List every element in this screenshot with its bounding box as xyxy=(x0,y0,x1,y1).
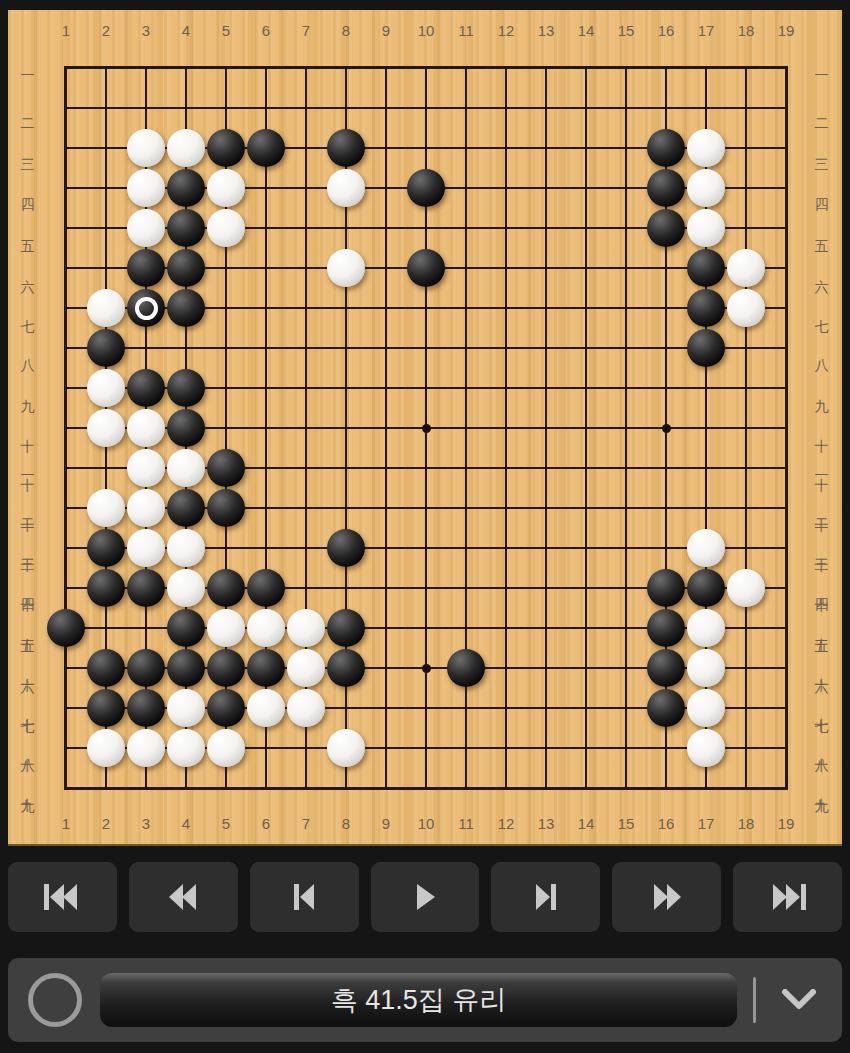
white-stone xyxy=(287,689,325,727)
white-stone xyxy=(687,129,725,167)
white-stone xyxy=(247,609,285,647)
circle-outline-icon xyxy=(28,973,82,1027)
white-stone xyxy=(87,729,125,767)
white-stone xyxy=(167,449,205,487)
row-label: 七 xyxy=(813,288,831,328)
white-stone xyxy=(687,209,725,247)
column-label: 4 xyxy=(172,20,200,40)
row-label: 三 xyxy=(813,128,831,168)
last-move-marker xyxy=(135,297,158,320)
white-stone xyxy=(127,449,165,487)
row-label: 二 xyxy=(813,88,831,128)
column-label: 15 xyxy=(612,20,640,40)
black-stone xyxy=(247,569,285,607)
white-stone xyxy=(167,729,205,767)
column-label: 2 xyxy=(92,20,120,40)
black-stone xyxy=(127,249,165,287)
row-label: 九 xyxy=(813,368,831,408)
column-label: 17 xyxy=(692,813,720,833)
white-stone xyxy=(687,169,725,207)
black-stone xyxy=(167,609,205,647)
black-stone xyxy=(87,649,125,687)
white-stone xyxy=(87,369,125,407)
black-stone xyxy=(207,569,245,607)
black-stone xyxy=(647,609,685,647)
playback-controls xyxy=(8,862,842,932)
row-label: 四 xyxy=(19,168,37,208)
step-forward-icon xyxy=(531,882,561,912)
black-stone xyxy=(647,169,685,207)
row-label: 十七 xyxy=(19,688,37,728)
black-stone xyxy=(327,649,365,687)
column-label: 4 xyxy=(172,813,200,833)
black-stone xyxy=(167,169,205,207)
row-label: 十七 xyxy=(813,688,831,728)
row-label: 三 xyxy=(19,128,37,168)
row-label: 十六 xyxy=(813,648,831,688)
column-label: 1 xyxy=(52,813,80,833)
row-label: 四 xyxy=(813,168,831,208)
play-button[interactable] xyxy=(371,862,480,932)
column-label: 12 xyxy=(492,20,520,40)
grid-line-v xyxy=(785,67,787,789)
black-stone xyxy=(647,209,685,247)
white-stone xyxy=(207,209,245,247)
row-label: 十四 xyxy=(19,568,37,608)
white-stone xyxy=(207,729,245,767)
white-stone xyxy=(727,289,765,327)
white-stone xyxy=(127,409,165,447)
fast-rewind-button[interactable] xyxy=(129,862,238,932)
go-review-app: { "game": "go", "board": { "size": 19, "… xyxy=(0,0,850,1053)
black-stone xyxy=(127,569,165,607)
grid-line-v xyxy=(745,67,747,789)
column-label: 6 xyxy=(252,813,280,833)
white-stone xyxy=(207,169,245,207)
white-stone xyxy=(327,249,365,287)
column-label: 10 xyxy=(412,813,440,833)
row-label: 十三 xyxy=(19,528,37,568)
step-back-icon xyxy=(289,882,319,912)
black-stone xyxy=(207,129,245,167)
white-stone xyxy=(327,169,365,207)
black-stone xyxy=(647,129,685,167)
black-stone xyxy=(167,369,205,407)
column-label: 13 xyxy=(532,20,560,40)
grid-line-v xyxy=(505,67,507,789)
black-stone xyxy=(87,569,125,607)
white-stone xyxy=(687,689,725,727)
row-label: 十四 xyxy=(813,568,831,608)
play-icon xyxy=(412,882,438,912)
black-stone xyxy=(687,289,725,327)
white-stone xyxy=(127,529,165,567)
star-point xyxy=(662,424,671,433)
white-stone xyxy=(127,169,165,207)
score-dropdown[interactable]: 흑 41.5집 유리 xyxy=(100,973,737,1027)
row-label: 十 xyxy=(813,408,831,448)
go-board-panel: 1122334455667788991010111112121313141415… xyxy=(8,10,842,846)
white-stone xyxy=(167,569,205,607)
black-stone xyxy=(127,649,165,687)
row-label: 十九 xyxy=(19,768,37,808)
column-label: 17 xyxy=(692,20,720,40)
row-label: 五 xyxy=(19,208,37,248)
white-stone xyxy=(127,729,165,767)
row-label: 九 xyxy=(19,368,37,408)
white-stone xyxy=(127,209,165,247)
column-label: 11 xyxy=(452,813,480,833)
black-stone xyxy=(127,369,165,407)
column-label: 9 xyxy=(372,813,400,833)
row-label: 八 xyxy=(19,328,37,368)
white-stone xyxy=(327,729,365,767)
column-label: 18 xyxy=(732,813,760,833)
star-point xyxy=(422,664,431,673)
black-stone xyxy=(87,529,125,567)
black-stone xyxy=(167,489,205,527)
grid-line-h xyxy=(65,787,787,789)
row-label: 十 xyxy=(19,408,37,448)
white-stone xyxy=(87,489,125,527)
row-label: 十二 xyxy=(19,488,37,528)
skip-to-end-icon xyxy=(768,882,808,912)
black-stone xyxy=(687,249,725,287)
fast-rewind-icon xyxy=(165,882,201,912)
step-forward-button[interactable] xyxy=(491,862,600,932)
white-stone xyxy=(207,609,245,647)
black-stone xyxy=(207,689,245,727)
column-label: 5 xyxy=(212,20,240,40)
column-label: 8 xyxy=(332,20,360,40)
black-stone xyxy=(687,569,725,607)
grid-line-v xyxy=(585,67,587,789)
status-bar: 흑 41.5집 유리 xyxy=(8,958,842,1042)
skip-to-start-button[interactable] xyxy=(8,862,117,932)
row-label: 一 xyxy=(813,48,831,88)
column-label: 16 xyxy=(652,813,680,833)
white-stone xyxy=(247,689,285,727)
white-stone xyxy=(727,569,765,607)
step-back-button[interactable] xyxy=(250,862,359,932)
black-stone xyxy=(247,649,285,687)
black-stone xyxy=(207,649,245,687)
row-label: 一 xyxy=(19,48,37,88)
black-stone xyxy=(167,649,205,687)
white-stone xyxy=(687,609,725,647)
white-stone xyxy=(687,529,725,567)
fast-forward-icon xyxy=(649,882,685,912)
row-label: 十五 xyxy=(813,608,831,648)
white-stone xyxy=(687,729,725,767)
white-stone xyxy=(127,489,165,527)
row-label: 十一 xyxy=(813,448,831,488)
black-stone xyxy=(167,209,205,247)
white-stone xyxy=(287,649,325,687)
go-board-grid[interactable]: 1122334455667788991010111112121313141415… xyxy=(8,10,842,846)
fast-forward-button[interactable] xyxy=(612,862,721,932)
score-dropdown-toggle[interactable] xyxy=(756,989,842,1011)
column-label: 8 xyxy=(332,813,360,833)
column-label: 19 xyxy=(772,813,800,833)
black-stone xyxy=(647,689,685,727)
black-stone xyxy=(247,129,285,167)
white-stone xyxy=(727,249,765,287)
white-stone xyxy=(287,609,325,647)
column-label: 15 xyxy=(612,813,640,833)
column-label: 11 xyxy=(452,20,480,40)
column-label: 10 xyxy=(412,20,440,40)
skip-to-start-icon xyxy=(42,882,82,912)
black-stone xyxy=(207,449,245,487)
row-label: 十六 xyxy=(19,648,37,688)
column-label: 9 xyxy=(372,20,400,40)
row-label: 十八 xyxy=(19,728,37,768)
black-stone xyxy=(87,329,125,367)
black-stone xyxy=(407,249,445,287)
column-label: 18 xyxy=(732,20,760,40)
black-stone xyxy=(327,129,365,167)
column-label: 14 xyxy=(572,20,600,40)
column-label: 1 xyxy=(52,20,80,40)
row-label: 六 xyxy=(19,248,37,288)
column-label: 13 xyxy=(532,813,560,833)
white-stone xyxy=(167,689,205,727)
row-label: 十八 xyxy=(813,728,831,768)
black-stone xyxy=(127,289,165,327)
skip-to-end-button[interactable] xyxy=(733,862,842,932)
white-stone xyxy=(167,529,205,567)
black-stone xyxy=(447,649,485,687)
column-label: 19 xyxy=(772,20,800,40)
row-label: 十三 xyxy=(813,528,831,568)
column-label: 12 xyxy=(492,813,520,833)
black-stone xyxy=(167,249,205,287)
black-stone xyxy=(327,609,365,647)
row-label: 八 xyxy=(813,328,831,368)
column-label: 7 xyxy=(292,813,320,833)
column-label: 6 xyxy=(252,20,280,40)
row-label: 五 xyxy=(813,208,831,248)
black-stone xyxy=(647,569,685,607)
black-stone xyxy=(647,649,685,687)
star-point xyxy=(422,424,431,433)
grid-line-v xyxy=(625,67,627,789)
column-label: 3 xyxy=(132,813,160,833)
row-label: 二 xyxy=(19,88,37,128)
black-stone xyxy=(687,329,725,367)
white-stone xyxy=(127,129,165,167)
row-label: 七 xyxy=(19,288,37,328)
black-stone xyxy=(327,529,365,567)
row-label: 十二 xyxy=(813,488,831,528)
black-stone xyxy=(47,609,85,647)
black-stone xyxy=(167,409,205,447)
score-text: 흑 41.5집 유리 xyxy=(331,982,507,1018)
row-label: 十五 xyxy=(19,608,37,648)
grid-line-v xyxy=(545,67,547,789)
white-stone xyxy=(167,129,205,167)
row-label: 十九 xyxy=(813,768,831,808)
white-stone xyxy=(687,649,725,687)
column-label: 3 xyxy=(132,20,160,40)
column-label: 14 xyxy=(572,813,600,833)
chevron-down-icon xyxy=(781,989,817,1011)
black-stone xyxy=(407,169,445,207)
white-stone xyxy=(87,289,125,327)
black-stone xyxy=(87,689,125,727)
black-stone xyxy=(167,289,205,327)
column-label: 5 xyxy=(212,813,240,833)
row-label: 十一 xyxy=(19,448,37,488)
white-stone xyxy=(87,409,125,447)
black-stone xyxy=(127,689,165,727)
column-label: 7 xyxy=(292,20,320,40)
black-stone xyxy=(207,489,245,527)
column-label: 2 xyxy=(92,813,120,833)
row-label: 六 xyxy=(813,248,831,288)
column-label: 16 xyxy=(652,20,680,40)
